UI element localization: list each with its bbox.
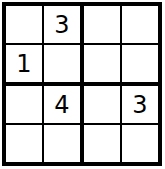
cell-r4c3[interactable] <box>84 125 122 162</box>
cell-r4c4[interactable] <box>122 125 158 162</box>
cell-r1c3[interactable] <box>84 6 122 45</box>
cell-r2c2[interactable] <box>44 45 84 86</box>
cell-r4c2[interactable] <box>44 125 84 162</box>
cell-r1c1[interactable] <box>6 6 44 45</box>
cell-r1c2[interactable]: 3 <box>44 6 84 45</box>
cell-r3c2[interactable]: 4 <box>44 86 84 125</box>
sudoku-board: 3 1 4 3 <box>2 2 162 166</box>
cell-r2c3[interactable] <box>84 45 122 86</box>
cell-r4c1[interactable] <box>6 125 44 162</box>
cell-r2c4[interactable] <box>122 45 158 86</box>
cell-r3c1[interactable] <box>6 86 44 125</box>
cell-r3c3[interactable] <box>84 86 122 125</box>
cell-r3c4[interactable]: 3 <box>122 86 158 125</box>
cell-r1c4[interactable] <box>122 6 158 45</box>
cell-r2c1[interactable]: 1 <box>6 45 44 86</box>
